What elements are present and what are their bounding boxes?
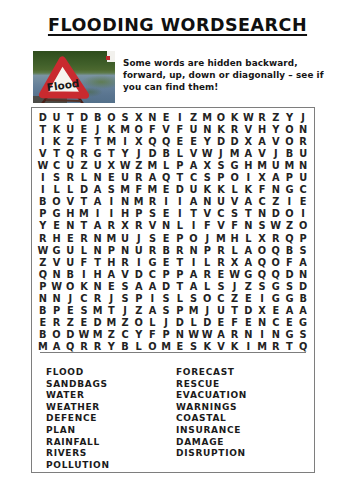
grid-cell[interactable]: F <box>146 329 160 341</box>
grid-cell[interactable]: B <box>91 111 105 123</box>
grid-cell[interactable]: W <box>36 159 50 171</box>
grid-cell[interactable]: Z <box>36 256 50 268</box>
grid-cell[interactable]: X <box>255 305 269 317</box>
grid-cell[interactable]: D <box>77 111 91 123</box>
grid-cell[interactable]: M <box>132 196 146 208</box>
grid-cell[interactable]: I <box>255 329 269 341</box>
grid-cell[interactable]: G <box>146 256 160 268</box>
grid-cell[interactable]: G <box>283 293 297 305</box>
grid-cell[interactable]: C <box>269 317 283 329</box>
grid-cell[interactable]: O <box>50 196 64 208</box>
grid-cell[interactable]: R <box>36 232 50 244</box>
grid-cell[interactable]: O <box>255 244 269 256</box>
grid-cell[interactable]: R <box>255 111 269 123</box>
grid-cell[interactable]: H <box>104 256 118 268</box>
grid-cell[interactable]: I <box>296 208 310 220</box>
grid-cell[interactable]: S <box>159 293 173 305</box>
grid-cell[interactable]: V <box>118 268 132 280</box>
grid-cell[interactable]: S <box>118 111 132 123</box>
grid-cell[interactable]: U <box>296 147 310 159</box>
grid-cell[interactable]: S <box>159 305 173 317</box>
grid-cell[interactable]: W <box>118 159 132 171</box>
grid-cell[interactable]: F <box>200 220 214 232</box>
grid-cell[interactable]: E <box>173 135 187 147</box>
grid-cell[interactable]: F <box>132 184 146 196</box>
grid-cell[interactable]: N <box>296 268 310 280</box>
grid-cell[interactable]: O <box>283 208 297 220</box>
grid-cell[interactable]: B <box>283 244 297 256</box>
grid-cell[interactable]: I <box>146 293 160 305</box>
grid-cell[interactable]: O <box>269 256 283 268</box>
grid-cell[interactable]: V <box>214 220 228 232</box>
grid-cell[interactable]: J <box>132 147 146 159</box>
grid-cell[interactable]: I <box>118 135 132 147</box>
grid-cell[interactable]: H <box>63 208 77 220</box>
grid-cell[interactable]: A <box>296 256 310 268</box>
grid-cell[interactable]: A <box>187 268 201 280</box>
grid-cell[interactable]: B <box>159 147 173 159</box>
grid-cell[interactable]: G <box>269 293 283 305</box>
grid-cell[interactable]: Z <box>63 317 77 329</box>
grid-cell[interactable]: G <box>269 280 283 292</box>
grid-cell[interactable]: T <box>104 305 118 317</box>
grid-cell[interactable]: S <box>214 280 228 292</box>
grid-cell[interactable]: Y <box>36 220 50 232</box>
grid-cell[interactable]: U <box>214 305 228 317</box>
grid-cell[interactable]: L <box>173 293 187 305</box>
grid-cell[interactable]: N <box>173 329 187 341</box>
grid-cell[interactable]: X <box>228 256 242 268</box>
grid-cell[interactable]: B <box>63 268 77 280</box>
grid-cell[interactable]: E <box>214 268 228 280</box>
grid-cell[interactable]: N <box>50 293 64 305</box>
grid-cell[interactable]: B <box>283 147 297 159</box>
grid-cell[interactable]: I <box>104 208 118 220</box>
grid-cell[interactable]: W <box>200 147 214 159</box>
grid-cell[interactable]: D <box>63 329 77 341</box>
grid-cell[interactable]: V <box>146 220 160 232</box>
grid-cell[interactable]: S <box>283 280 297 292</box>
grid-cell[interactable]: S <box>77 305 91 317</box>
grid-cell[interactable]: P <box>159 268 173 280</box>
grid-cell[interactable]: G <box>296 317 310 329</box>
grid-cell[interactable]: A <box>187 159 201 171</box>
grid-cell[interactable]: M <box>187 305 201 317</box>
grid-cell[interactable]: I <box>36 172 50 184</box>
grid-cell[interactable]: I <box>283 196 297 208</box>
grid-cell[interactable]: J <box>200 232 214 244</box>
grid-cell[interactable]: D <box>146 147 160 159</box>
grid-cell[interactable]: R <box>118 256 132 268</box>
grid-cell[interactable]: O <box>187 232 201 244</box>
grid-cell[interactable]: M <box>228 147 242 159</box>
grid-cell[interactable]: R <box>77 232 91 244</box>
grid-cell[interactable]: D <box>36 111 50 123</box>
grid-cell[interactable]: V <box>269 135 283 147</box>
grid-cell[interactable]: D <box>132 268 146 280</box>
grid-cell[interactable]: P <box>50 305 64 317</box>
grid-cell[interactable]: B <box>159 244 173 256</box>
grid-cell[interactable]: R <box>173 244 187 256</box>
grid-cell[interactable]: E <box>296 196 310 208</box>
grid-cell[interactable]: V <box>63 196 77 208</box>
grid-cell[interactable]: R <box>146 196 160 208</box>
grid-cell[interactable]: S <box>296 244 310 256</box>
grid-cell[interactable]: C <box>214 293 228 305</box>
grid-cell[interactable]: F <box>228 317 242 329</box>
grid-cell[interactable]: B <box>36 329 50 341</box>
grid-cell[interactable]: D <box>173 317 187 329</box>
grid-cell[interactable]: I <box>173 111 187 123</box>
grid-cell[interactable]: H <box>228 232 242 244</box>
grid-cell[interactable]: S <box>296 329 310 341</box>
grid-cell[interactable]: G <box>50 244 64 256</box>
grid-cell[interactable]: A <box>146 280 160 292</box>
grid-cell[interactable]: K <box>214 123 228 135</box>
grid-cell[interactable]: E <box>159 111 173 123</box>
grid-cell[interactable]: J <box>296 111 310 123</box>
grid-cell[interactable]: M <box>255 159 269 171</box>
grid-cell[interactable]: P <box>173 232 187 244</box>
grid-cell[interactable]: X <box>200 159 214 171</box>
grid-cell[interactable]: U <box>63 123 77 135</box>
grid-cell[interactable]: C <box>214 208 228 220</box>
grid-cell[interactable]: W <box>269 220 283 232</box>
grid-cell[interactable]: L <box>173 147 187 159</box>
grid-cell[interactable]: X <box>132 135 146 147</box>
grid-cell[interactable]: N <box>91 232 105 244</box>
grid-cell[interactable]: O <box>283 135 297 147</box>
grid-cell[interactable]: D <box>283 268 297 280</box>
grid-cell[interactable]: A <box>269 172 283 184</box>
grid-cell[interactable]: K <box>200 184 214 196</box>
grid-cell[interactable]: A <box>91 184 105 196</box>
grid-cell[interactable]: L <box>173 220 187 232</box>
grid-cell[interactable]: V <box>255 147 269 159</box>
grid-cell[interactable]: Q <box>36 268 50 280</box>
grid-cell[interactable]: W <box>200 329 214 341</box>
grid-cell[interactable]: U <box>63 256 77 268</box>
grid-cell[interactable]: Y <box>118 147 132 159</box>
grid-cell[interactable]: E <box>77 123 91 135</box>
grid-cell[interactable]: Y <box>200 135 214 147</box>
grid-cell[interactable]: N <box>241 329 255 341</box>
grid-cell[interactable]: P <box>214 172 228 184</box>
grid-cell[interactable]: A <box>283 305 297 317</box>
grid-cell[interactable]: A <box>104 268 118 280</box>
grid-cell[interactable]: M <box>91 329 105 341</box>
grid-cell[interactable]: T <box>36 123 50 135</box>
grid-cell[interactable]: E <box>269 305 283 317</box>
grid-cell[interactable]: D <box>241 305 255 317</box>
grid-cell[interactable]: I <box>187 256 201 268</box>
grid-cell[interactable]: U <box>63 159 77 171</box>
grid-cell[interactable]: V <box>187 147 201 159</box>
grid-cell[interactable]: N <box>255 208 269 220</box>
grid-cell[interactable]: K <box>214 184 228 196</box>
grid-cell[interactable]: P <box>36 208 50 220</box>
grid-cell[interactable]: C <box>118 329 132 341</box>
grid-cell[interactable]: W <box>187 329 201 341</box>
grid-cell[interactable]: Z <box>228 293 242 305</box>
grid-cell[interactable]: J <box>104 293 118 305</box>
grid-cell[interactable]: U <box>269 159 283 171</box>
grid-cell[interactable]: M <box>104 317 118 329</box>
grid-cell[interactable]: Y <box>269 123 283 135</box>
grid-cell[interactable]: U <box>187 184 201 196</box>
grid-cell[interactable]: D <box>91 317 105 329</box>
grid-cell[interactable]: F <box>77 256 91 268</box>
grid-cell[interactable]: I <box>91 208 105 220</box>
grid-cell[interactable]: C <box>296 184 310 196</box>
grid-cell[interactable]: R <box>104 220 118 232</box>
grid-cell[interactable]: Z <box>132 305 146 317</box>
grid-cell[interactable]: O <box>132 123 146 135</box>
grid-cell[interactable]: A <box>241 147 255 159</box>
grid-cell[interactable]: N <box>118 244 132 256</box>
grid-cell[interactable]: N <box>36 293 50 305</box>
grid-cell[interactable]: S <box>50 172 64 184</box>
grid-cell[interactable]: X <box>132 111 146 123</box>
grid-cell[interactable]: P <box>173 305 187 317</box>
grid-cell[interactable]: T <box>173 172 187 184</box>
grid-cell[interactable]: W <box>36 244 50 256</box>
grid-cell[interactable]: N <box>200 196 214 208</box>
grid-cell[interactable]: G <box>228 159 242 171</box>
grid-cell[interactable]: Q <box>63 147 77 159</box>
grid-cell[interactable]: H <box>255 123 269 135</box>
grid-cell[interactable]: C <box>187 172 201 184</box>
grid-cell[interactable]: A <box>241 196 255 208</box>
grid-cell[interactable]: X <box>118 220 132 232</box>
grid-cell[interactable]: A <box>255 135 269 147</box>
grid-cell[interactable]: S <box>255 220 269 232</box>
grid-cell[interactable]: Z <box>63 135 77 147</box>
grid-cell[interactable]: O <box>200 293 214 305</box>
grid-cell[interactable]: K <box>50 123 64 135</box>
grid-cell[interactable]: U <box>91 159 105 171</box>
grid-cell[interactable]: E <box>241 293 255 305</box>
grid-cell[interactable]: I <box>255 293 269 305</box>
grid-cell[interactable]: S <box>228 208 242 220</box>
grid-cell[interactable]: E <box>104 172 118 184</box>
grid-cell[interactable]: Q <box>146 135 160 147</box>
grid-cell[interactable]: Y <box>132 329 146 341</box>
grid-cell[interactable]: Z <box>187 111 201 123</box>
grid-cell[interactable]: H <box>50 232 64 244</box>
grid-cell[interactable]: L <box>77 244 91 256</box>
grid-cell[interactable]: L <box>63 184 77 196</box>
grid-cell[interactable]: I <box>104 196 118 208</box>
grid-cell[interactable]: P <box>173 159 187 171</box>
grid-cell[interactable]: T <box>187 208 201 220</box>
grid-cell[interactable]: Q <box>269 268 283 280</box>
grid-cell[interactable]: I <box>36 135 50 147</box>
grid-cell[interactable]: M <box>77 208 91 220</box>
grid-cell[interactable]: E <box>104 280 118 292</box>
grid-cell[interactable]: J <box>269 147 283 159</box>
grid-cell[interactable]: N <box>159 220 173 232</box>
grid-cell[interactable]: P <box>132 208 146 220</box>
grid-cell[interactable]: W <box>241 111 255 123</box>
grid-cell[interactable]: A <box>187 196 201 208</box>
grid-cell[interactable]: R <box>91 293 105 305</box>
grid-cell[interactable]: N <box>91 244 105 256</box>
grid-cell[interactable]: V <box>200 208 214 220</box>
grid-cell[interactable]: T <box>91 256 105 268</box>
grid-cell[interactable]: Q <box>255 268 269 280</box>
grid-cell[interactable]: S <box>255 280 269 292</box>
grid-cell[interactable]: O <box>296 220 310 232</box>
grid-cell[interactable]: N <box>269 329 283 341</box>
grid-cell[interactable]: U <box>118 172 132 184</box>
grid-cell[interactable]: R <box>77 147 91 159</box>
grid-cell[interactable]: X <box>241 135 255 147</box>
grid-cell[interactable]: Y <box>283 111 297 123</box>
grid-cell[interactable]: E <box>159 232 173 244</box>
grid-cell[interactable]: L <box>187 317 201 329</box>
grid-cell[interactable]: F <box>228 220 242 232</box>
grid-cell[interactable]: E <box>36 317 50 329</box>
grid-cell[interactable]: S <box>146 208 160 220</box>
grid-cell[interactable]: L <box>200 280 214 292</box>
grid-cell[interactable]: D <box>200 317 214 329</box>
grid-cell[interactable]: M <box>91 305 105 317</box>
grid-cell[interactable]: U <box>63 244 77 256</box>
grid-cell[interactable]: E <box>283 317 297 329</box>
grid-cell[interactable]: R <box>63 172 77 184</box>
grid-cell[interactable]: O <box>63 280 77 292</box>
grid-cell[interactable]: Q <box>159 135 173 147</box>
grid-cell[interactable]: A <box>241 256 255 268</box>
grid-cell[interactable]: A <box>146 172 160 184</box>
grid-cell[interactable]: Q <box>283 232 297 244</box>
grid-cell[interactable]: B <box>296 293 310 305</box>
grid-cell[interactable]: N <box>241 220 255 232</box>
grid-cell[interactable]: R <box>200 268 214 280</box>
grid-cell[interactable]: O <box>214 111 228 123</box>
grid-cell[interactable]: R <box>228 123 242 135</box>
grid-cell[interactable]: S <box>187 293 201 305</box>
grid-cell[interactable]: S <box>118 280 132 292</box>
grid-cell[interactable]: Q <box>255 256 269 268</box>
grid-cell[interactable]: D <box>228 135 242 147</box>
grid-cell[interactable]: M <box>283 159 297 171</box>
grid-cell[interactable]: Z <box>283 220 297 232</box>
grid-cell[interactable]: U <box>132 244 146 256</box>
grid-cell[interactable]: T <box>77 196 91 208</box>
grid-cell[interactable]: B <box>36 196 50 208</box>
grid-cell[interactable]: E <box>187 135 201 147</box>
grid-cell[interactable]: L <box>159 159 173 171</box>
grid-cell[interactable]: F <box>77 135 91 147</box>
grid-cell[interactable]: T <box>77 220 91 232</box>
grid-cell[interactable]: N <box>200 123 214 135</box>
grid-cell[interactable]: T <box>228 305 242 317</box>
grid-cell[interactable]: N <box>255 317 269 329</box>
grid-cell[interactable]: L <box>228 244 242 256</box>
grid-cell[interactable]: N <box>91 172 105 184</box>
grid-cell[interactable]: N <box>63 220 77 232</box>
grid-cell[interactable]: T <box>241 208 255 220</box>
grid-cell[interactable]: P <box>283 172 297 184</box>
grid-cell[interactable]: G <box>283 184 297 196</box>
grid-cell[interactable]: R <box>228 329 242 341</box>
grid-cell[interactable]: T <box>91 135 105 147</box>
grid-cell[interactable]: L <box>146 317 160 329</box>
grid-cell[interactable]: J <box>228 280 242 292</box>
grid-cell[interactable]: L <box>200 256 214 268</box>
grid-cell[interactable]: B <box>36 305 50 317</box>
grid-cell[interactable]: H <box>91 268 105 280</box>
grid-cell[interactable]: S <box>146 232 160 244</box>
grid-cell[interactable]: T <box>173 280 187 292</box>
grid-cell[interactable]: A <box>214 329 228 341</box>
grid-cell[interactable]: R <box>269 232 283 244</box>
grid-cell[interactable]: X <box>255 232 269 244</box>
grid-cell[interactable]: M <box>146 184 160 196</box>
grid-cell[interactable]: P <box>173 268 187 280</box>
grid-cell[interactable]: F <box>173 123 187 135</box>
grid-cell[interactable]: Q <box>269 244 283 256</box>
grid-cell[interactable]: O <box>283 123 297 135</box>
grid-cell[interactable]: A <box>132 280 146 292</box>
grid-cell[interactable]: R <box>214 244 228 256</box>
grid-cell[interactable]: R <box>214 256 228 268</box>
grid-cell[interactable]: Z <box>77 159 91 171</box>
grid-cell[interactable]: N <box>146 111 160 123</box>
grid-cell[interactable]: S <box>214 159 228 171</box>
grid-cell[interactable]: V <box>241 123 255 135</box>
grid-cell[interactable]: J <box>214 147 228 159</box>
grid-cell[interactable]: O <box>228 172 242 184</box>
grid-cell[interactable]: V <box>36 147 50 159</box>
grid-cell[interactable]: J <box>118 305 132 317</box>
grid-cell[interactable]: T <box>50 147 64 159</box>
grid-cell[interactable]: R <box>132 220 146 232</box>
grid-cell[interactable]: K <box>104 123 118 135</box>
grid-cell[interactable]: N <box>187 244 201 256</box>
grid-cell[interactable]: C <box>146 268 160 280</box>
grid-cell[interactable]: M <box>104 232 118 244</box>
grid-cell[interactable]: A <box>187 280 201 292</box>
grid-cell[interactable]: Q <box>159 172 173 184</box>
grid-cell[interactable]: L <box>77 172 91 184</box>
grid-cell[interactable]: F <box>146 123 160 135</box>
grid-cell[interactable]: P <box>36 280 50 292</box>
grid-cell[interactable]: C <box>255 196 269 208</box>
grid-cell[interactable]: C <box>77 293 91 305</box>
grid-cell[interactable]: D <box>269 208 283 220</box>
grid-cell[interactable]: P <box>296 232 310 244</box>
grid-cell[interactable]: M <box>214 232 228 244</box>
grid-cell[interactable]: R <box>50 317 64 329</box>
grid-cell[interactable]: P <box>132 293 146 305</box>
grid-cell[interactable]: K <box>77 280 91 292</box>
grid-cell[interactable]: W <box>77 329 91 341</box>
grid-cell[interactable]: P <box>200 244 214 256</box>
grid-cell[interactable]: Z <box>269 111 283 123</box>
grid-cell[interactable]: W <box>228 268 242 280</box>
grid-cell[interactable]: E <box>214 317 228 329</box>
grid-cell[interactable]: O <box>50 329 64 341</box>
grid-cell[interactable]: K <box>228 111 242 123</box>
grid-cell[interactable]: F <box>255 184 269 196</box>
grid-cell[interactable]: Z <box>104 329 118 341</box>
grid-cell[interactable]: N <box>296 159 310 171</box>
grid-cell[interactable]: H <box>118 208 132 220</box>
grid-cell[interactable]: M <box>104 135 118 147</box>
